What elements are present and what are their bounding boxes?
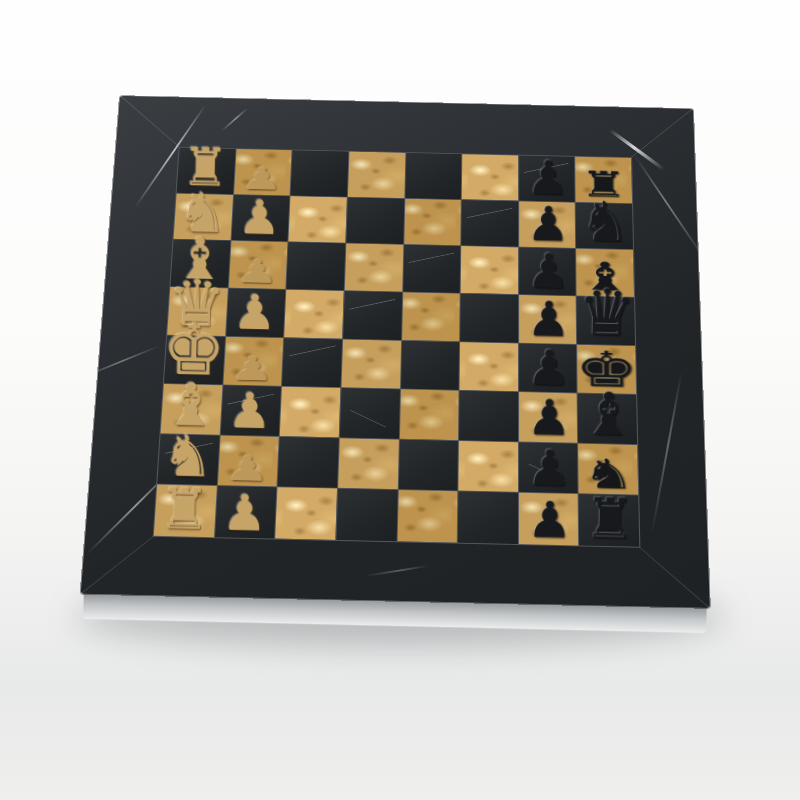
black-pawn: ♟ [526,296,570,343]
square-d2: ♟ [226,288,286,337]
black-pawn: ♟ [526,155,569,200]
square-b6 [461,200,518,247]
board-perspective: ♜♟♟♜♞♟♟♞♝♟♟♝♛♟♟♛♚♟♟♚♝♟♟♝♞♟♟♞♜♟♟♜ [94,33,707,646]
square-d6 [460,294,518,343]
frame-miter-seam [80,536,154,595]
square-a2: ♟ [234,149,292,195]
board-edge [83,594,706,633]
white-pawn: ♟ [228,387,273,434]
square-d3 [284,290,343,339]
square-g4 [338,438,398,489]
black-queen: ♛ [578,282,637,344]
square-b8: ♞ [576,202,633,249]
square-e3 [282,338,342,387]
square-h5 [397,490,457,542]
black-pawn: ♟ [526,445,571,493]
square-a5 [405,153,462,199]
square-f7: ♟ [519,392,578,442]
square-b7: ♟ [519,201,576,248]
square-g3 [278,437,339,488]
square-f4 [340,388,400,438]
square-a7: ♟ [519,155,575,201]
white-pawn: ♟ [231,352,276,385]
square-c5 [403,245,461,293]
white-rook: ♜ [159,482,210,536]
square-c2: ♟ [229,241,288,289]
square-g7: ♟ [519,442,578,493]
square-h1: ♜ [154,485,217,537]
square-b5 [404,199,461,246]
square-c3 [287,242,346,290]
square-h2: ♟ [215,486,277,538]
square-c6 [461,246,518,294]
square-f5 [399,389,458,439]
square-b4 [346,197,404,244]
square-f8: ♝ [578,394,637,444]
square-b3 [289,196,347,243]
square-f3 [280,387,340,437]
marble-vein [221,108,248,132]
frame-miter-seam [639,547,711,609]
square-d5 [402,292,460,341]
black-bishop: ♝ [581,386,635,443]
square-d4 [343,291,402,340]
black-pawn: ♟ [526,248,570,294]
square-d8: ♛ [577,296,635,345]
square-e6 [460,342,518,392]
white-pawn: ♟ [222,489,268,537]
square-d7: ♟ [519,295,577,344]
white-pawn: ♟ [225,452,271,486]
square-b2: ♟ [231,195,290,242]
square-f6 [459,391,518,441]
square-a6 [462,154,518,200]
square-g2: ♟ [218,435,279,486]
marble-vein [365,565,429,577]
square-e2: ♟ [223,336,283,385]
square-g6 [459,441,518,492]
square-c7: ♟ [519,248,576,296]
board-tilt-wrapper: ♜♟♟♜♞♟♟♞♝♟♟♝♛♟♟♛♚♟♟♚♝♟♟♝♞♟♟♞♜♟♟♜ [92,33,708,746]
marble-vein [634,155,707,262]
chessboard-frame: ♜♟♟♜♞♟♟♞♝♟♟♝♛♟♟♛♚♟♟♚♝♟♟♝♞♟♟♞♜♟♟♜ [81,96,710,608]
square-h4 [336,489,397,541]
white-pawn: ♟ [238,195,281,241]
square-g5 [398,439,458,490]
square-c4 [345,244,403,292]
white-pawn: ♟ [233,289,277,336]
square-e5 [401,340,460,390]
marble-vein [651,372,682,533]
square-e7: ♟ [519,343,577,393]
square-a3 [291,150,349,196]
square-h3 [275,488,337,540]
square-h6 [458,492,518,544]
square-f2: ♟ [220,385,281,435]
board-grid: ♜♟♟♜♞♟♟♞♝♟♟♝♛♟♟♛♚♟♟♚♝♟♟♝♞♟♟♞♜♟♟♜ [154,148,640,547]
marble-vein [76,345,159,380]
square-a4 [348,152,405,198]
black-pawn: ♟ [526,394,571,441]
square-e4 [341,339,400,389]
product-photo-background: ♜♟♟♜♞♟♟♞♝♟♟♝♛♟♟♛♚♟♟♚♝♟♟♝♞♟♟♞♜♟♟♜ [0,0,800,800]
square-h7: ♟ [519,493,579,545]
black-pawn: ♟ [526,201,569,247]
black-pawn: ♟ [526,496,572,544]
black-knight: ♞ [580,195,630,248]
black-rook: ♜ [584,491,635,545]
black-pawn: ♟ [526,345,570,392]
square-h8: ♜ [579,494,639,546]
frame-miter-seam [119,95,180,148]
